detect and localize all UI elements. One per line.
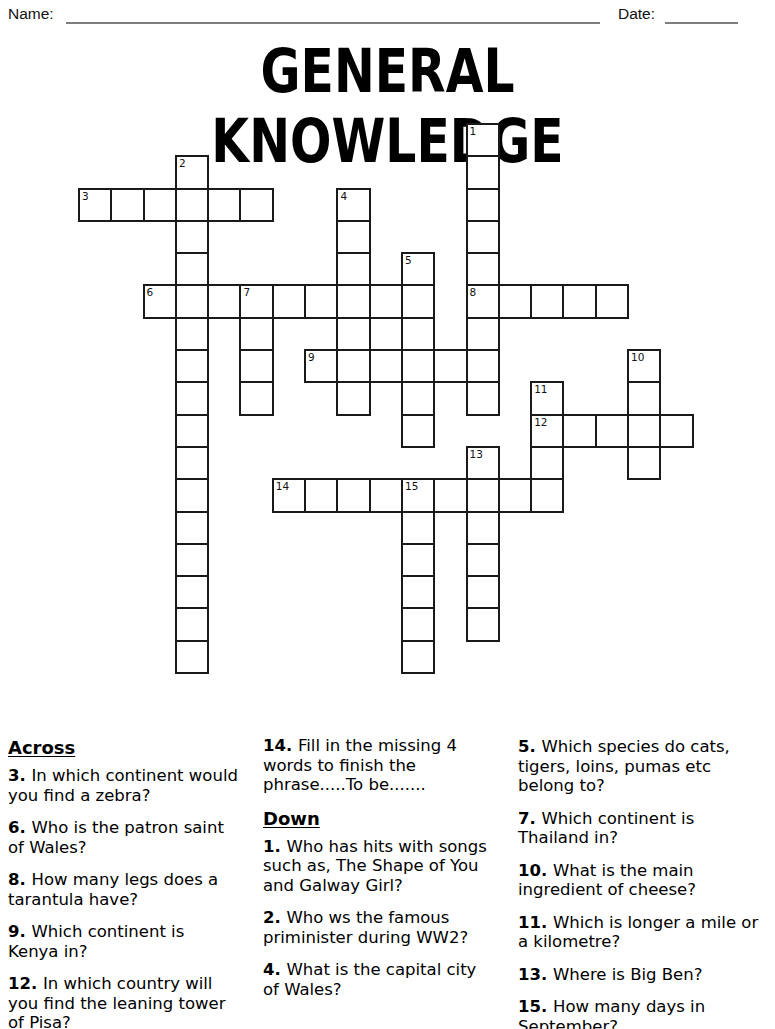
cell-r4c8[interactable]: [336, 252, 370, 286]
cell-r2c5[interactable]: [239, 188, 273, 222]
clue-number-2: 2: [179, 157, 186, 169]
cell-r4c12[interactable]: [466, 252, 500, 286]
cell-r2c0[interactable]: 3: [78, 188, 112, 222]
cell-r10c14[interactable]: [530, 446, 564, 480]
cell-r15c12[interactable]: [466, 607, 500, 641]
crossword-grid: 123456789101112131415: [79, 124, 693, 673]
clue-down-4: 4. What is the capital city of Wales?: [263, 960, 491, 999]
cell-r9c14[interactable]: 12: [530, 414, 564, 448]
cell-r8c5[interactable]: [239, 381, 273, 415]
cell-r7c10[interactable]: [401, 349, 435, 383]
cell-r7c17[interactable]: 10: [627, 349, 661, 383]
cell-r11c10[interactable]: 15: [401, 478, 435, 512]
clue-down-2: 2. Who ws the famous priminister during …: [263, 908, 491, 947]
cell-r14c3[interactable]: [175, 575, 209, 609]
cell-r13c3[interactable]: [175, 543, 209, 577]
cell-r7c8[interactable]: [336, 349, 370, 383]
cell-r1c12[interactable]: [466, 155, 500, 189]
cell-r12c10[interactable]: [401, 511, 435, 545]
cell-r2c3[interactable]: [175, 188, 209, 222]
cell-r7c9[interactable]: [369, 349, 403, 383]
cell-r5c14[interactable]: [530, 284, 564, 318]
cell-r5c6[interactable]: [272, 284, 306, 318]
cell-r5c10[interactable]: [401, 284, 435, 318]
clue-number-13: 13: [470, 448, 483, 460]
cell-r5c12[interactable]: 8: [466, 284, 500, 318]
cell-r12c12[interactable]: [466, 511, 500, 545]
cell-r11c3[interactable]: [175, 478, 209, 512]
clue-number-11: 11: [534, 383, 547, 395]
cell-r5c4[interactable]: [207, 284, 241, 318]
clue-across-8: 8. How many legs does a tarantula have?: [8, 870, 238, 909]
clue-across-14: 14. Fill in the missing 4 words to finis…: [263, 736, 491, 795]
cell-r9c10[interactable]: [401, 414, 435, 448]
cell-r2c12[interactable]: [466, 188, 500, 222]
clue-number-7: 7: [243, 286, 250, 298]
cell-r7c7[interactable]: 9: [304, 349, 338, 383]
cell-r11c9[interactable]: [369, 478, 403, 512]
clue-down-10: 10. What is the main ingredient of chees…: [518, 861, 770, 900]
cell-r2c4[interactable]: [207, 188, 241, 222]
cell-r8c10[interactable]: [401, 381, 435, 415]
cell-r12c3[interactable]: [175, 511, 209, 545]
cell-r14c10[interactable]: [401, 575, 435, 609]
clue-number-15: 15: [405, 480, 418, 492]
cell-r7c5[interactable]: [239, 349, 273, 383]
clue-down-7: 7. Which continent is Thailand in?: [518, 809, 770, 848]
cell-r6c3[interactable]: [175, 317, 209, 351]
cell-r0c12[interactable]: 1: [466, 123, 500, 157]
cell-r1c3[interactable]: 2: [175, 155, 209, 189]
cell-r2c1[interactable]: [110, 188, 144, 222]
clue-number-6: 6: [147, 286, 154, 298]
clue-down-13: 13. Where is Big Ben?: [518, 965, 770, 985]
cell-r10c12[interactable]: 13: [466, 446, 500, 480]
clue-across-9: 9. Which continent is Kenya in?: [8, 922, 238, 961]
cell-r9c17[interactable]: [627, 414, 661, 448]
cell-r5c13[interactable]: [498, 284, 532, 318]
cell-r15c10[interactable]: [401, 607, 435, 641]
cell-r9c18[interactable]: [659, 414, 693, 448]
cell-r11c12[interactable]: [466, 478, 500, 512]
clue-down-15: 15. How many days in September?: [518, 997, 770, 1029]
clue-across-3: 3. In which continent would you find a z…: [8, 766, 238, 805]
clue-across-12: 12. In which country will you find the l…: [8, 974, 238, 1029]
cell-r5c5[interactable]: 7: [239, 284, 273, 318]
clue-number-3: 3: [82, 190, 89, 202]
date-label: Date:: [618, 5, 655, 23]
clue-number-10: 10: [631, 351, 644, 363]
clue-number-12: 12: [534, 416, 547, 428]
cell-r6c8[interactable]: [336, 317, 370, 351]
cell-r5c2[interactable]: 6: [143, 284, 177, 318]
crossword-worksheet: Name: Date: GENERAL KNOWLEDGE 1234567891…: [0, 0, 775, 1029]
cell-r5c3[interactable]: [175, 284, 209, 318]
clue-number-1: 1: [470, 125, 477, 137]
cell-r5c15[interactable]: [562, 284, 596, 318]
cell-r13c12[interactable]: [466, 543, 500, 577]
cell-r8c3[interactable]: [175, 381, 209, 415]
cell-r13c10[interactable]: [401, 543, 435, 577]
cell-r14c12[interactable]: [466, 575, 500, 609]
cell-r7c11[interactable]: [433, 349, 467, 383]
cell-r3c3[interactable]: [175, 220, 209, 254]
clue-across-6: 6. Who is the patron saint of Wales?: [8, 818, 238, 857]
clue-column-down: 5. Which species do cats, tigers, loins,…: [518, 737, 770, 1029]
cell-r10c17[interactable]: [627, 446, 661, 480]
name-label: Name:: [8, 5, 54, 23]
clue-column-middle: 14. Fill in the missing 4 words to finis…: [263, 736, 491, 1012]
cell-r6c5[interactable]: [239, 317, 273, 351]
date-blank-line: [665, 4, 738, 24]
cell-r10c3[interactable]: [175, 446, 209, 480]
clue-down-1: 1. Who has hits with songs such as, The …: [263, 837, 491, 896]
name-blank-line: [66, 4, 600, 24]
cell-r9c16[interactable]: [595, 414, 629, 448]
cell-r8c12[interactable]: [466, 381, 500, 415]
cell-r5c9[interactable]: [369, 284, 403, 318]
clue-number-4: 4: [340, 190, 347, 202]
cell-r7c3[interactable]: [175, 349, 209, 383]
cell-r8c8[interactable]: [336, 381, 370, 415]
clue-down-5: 5. Which species do cats, tigers, loins,…: [518, 737, 770, 796]
cell-r2c2[interactable]: [143, 188, 177, 222]
cell-r11c11[interactable]: [433, 478, 467, 512]
cell-r15c3[interactable]: [175, 607, 209, 641]
clue-number-14: 14: [276, 480, 289, 492]
cell-r5c7[interactable]: [304, 284, 338, 318]
cell-r6c12[interactable]: [466, 317, 500, 351]
clue-column-across: Across3. In which continent would you fi…: [8, 737, 238, 1029]
cell-r8c17[interactable]: [627, 381, 661, 415]
cell-r11c13[interactable]: [498, 478, 532, 512]
cell-r11c6[interactable]: 14: [272, 478, 306, 512]
cell-r3c12[interactable]: [466, 220, 500, 254]
down-header: Down: [263, 808, 491, 829]
cell-r3c8[interactable]: [336, 220, 370, 254]
cell-r9c3[interactable]: [175, 414, 209, 448]
cell-r11c8[interactable]: [336, 478, 370, 512]
cell-r5c16[interactable]: [595, 284, 629, 318]
clue-down-11: 11. Which is longer a mile or a kilometr…: [518, 913, 770, 952]
cell-r7c12[interactable]: [466, 349, 500, 383]
clue-number-8: 8: [470, 286, 477, 298]
cell-r2c8[interactable]: 4: [336, 188, 370, 222]
cell-r6c10[interactable]: [401, 317, 435, 351]
cell-r4c10[interactable]: 5: [401, 252, 435, 286]
cell-r8c14[interactable]: 11: [530, 381, 564, 415]
cell-r5c8[interactable]: [336, 284, 370, 318]
cell-r16c3[interactable]: [175, 640, 209, 674]
cell-r4c3[interactable]: [175, 252, 209, 286]
cell-r9c15[interactable]: [562, 414, 596, 448]
cell-r11c7[interactable]: [304, 478, 338, 512]
clue-number-5: 5: [405, 254, 412, 266]
across-header: Across: [8, 737, 238, 758]
cell-r16c10[interactable]: [401, 640, 435, 674]
cell-r11c14[interactable]: [530, 478, 564, 512]
clue-number-9: 9: [308, 351, 315, 363]
